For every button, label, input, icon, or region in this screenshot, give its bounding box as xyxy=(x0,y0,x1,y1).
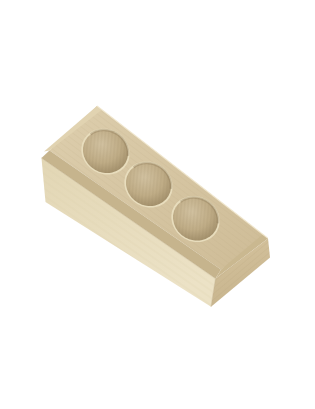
product-photo-canvas xyxy=(0,0,315,409)
wooden-block-photo xyxy=(0,0,315,409)
